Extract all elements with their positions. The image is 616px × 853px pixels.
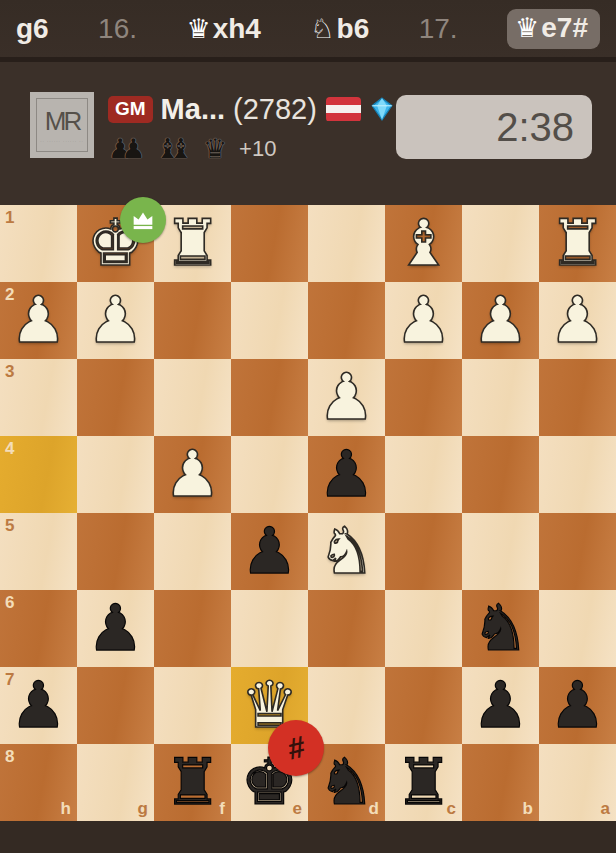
captured-pawn-icon: ♟ bbox=[121, 134, 145, 164]
file-label: g bbox=[138, 799, 148, 819]
square-b6[interactable]: ♞ bbox=[462, 590, 539, 667]
chess-board: 1♚♜♝♜2♟♟♟♟♟3♟4♟♟5♟♞6♟♞7♟♛♟♟8hgf♜e♚#d♞c♜b… bbox=[0, 205, 616, 821]
move-number: 17. bbox=[419, 13, 458, 45]
square-d4[interactable]: ♟ bbox=[308, 436, 385, 513]
file-label: a bbox=[601, 799, 610, 819]
square-c8[interactable]: c♜ bbox=[385, 744, 462, 821]
move-xh4[interactable]: ♛xh4 bbox=[186, 13, 260, 45]
square-g7[interactable] bbox=[77, 667, 154, 744]
square-g4[interactable] bbox=[77, 436, 154, 513]
square-c7[interactable] bbox=[385, 667, 462, 744]
rank-label: 8 bbox=[5, 747, 14, 767]
square-g5[interactable] bbox=[77, 513, 154, 590]
square-b5[interactable] bbox=[462, 513, 539, 590]
rank-label: 5 bbox=[5, 516, 14, 536]
square-a1[interactable]: ♜ bbox=[539, 205, 616, 282]
captured-group: ♟♟ bbox=[108, 134, 145, 164]
square-a6[interactable] bbox=[539, 590, 616, 667]
knight-figurine-icon: ♘ bbox=[310, 13, 334, 44]
move-list-bar: g616.♛xh4♘b617.♛e7# bbox=[0, 0, 616, 62]
square-a8[interactable]: a bbox=[539, 744, 616, 821]
square-e1[interactable] bbox=[231, 205, 308, 282]
square-e6[interactable] bbox=[231, 590, 308, 667]
black-pawn[interactable]: ♟ bbox=[462, 667, 539, 744]
black-pawn[interactable]: ♟ bbox=[77, 590, 154, 667]
square-e5[interactable]: ♟ bbox=[231, 513, 308, 590]
title-badge: GM bbox=[108, 96, 153, 123]
white-pawn[interactable]: ♟ bbox=[77, 282, 154, 359]
file-label: e bbox=[293, 799, 302, 819]
move-g6[interactable]: g6 bbox=[16, 13, 49, 45]
square-h3[interactable]: 3 bbox=[0, 359, 77, 436]
austria-flag-icon bbox=[326, 97, 361, 122]
square-a2[interactable]: ♟ bbox=[539, 282, 616, 359]
checkmate-badge: # bbox=[268, 720, 324, 776]
avatar-subtext: ·· ······ ······ ·· bbox=[40, 139, 84, 144]
black-pawn[interactable]: ♟ bbox=[539, 667, 616, 744]
white-pawn[interactable]: ♟ bbox=[385, 282, 462, 359]
black-pawn[interactable]: ♟ bbox=[308, 436, 385, 513]
square-e8[interactable]: e♚# bbox=[231, 744, 308, 821]
avatar[interactable]: MR ·· ······ ······ ·· bbox=[30, 92, 94, 158]
file-label: f bbox=[219, 799, 225, 819]
player-rating: (2782) bbox=[233, 93, 317, 126]
square-h1[interactable]: 1 bbox=[0, 205, 77, 282]
player-clock: 2:38 bbox=[396, 95, 592, 159]
square-g8[interactable]: g bbox=[77, 744, 154, 821]
square-f5[interactable] bbox=[154, 513, 231, 590]
captured-queen-icon: ♛ bbox=[203, 134, 227, 164]
player-name[interactable]: Ma... bbox=[161, 93, 225, 126]
square-c3[interactable] bbox=[385, 359, 462, 436]
square-f4[interactable]: ♟ bbox=[154, 436, 231, 513]
file-label: h bbox=[61, 799, 71, 819]
square-c1[interactable]: ♝ bbox=[385, 205, 462, 282]
square-h8[interactable]: 8h bbox=[0, 744, 77, 821]
diamond-premium-icon bbox=[369, 96, 395, 122]
rank-label: 7 bbox=[5, 670, 14, 690]
captured-piece-icons: ♟♟♝♝♛ bbox=[108, 134, 237, 164]
rank-label: 3 bbox=[5, 362, 14, 382]
square-b4[interactable] bbox=[462, 436, 539, 513]
queen-figurine-icon: ♛ bbox=[515, 12, 539, 43]
captured-group: ♝♝ bbox=[155, 134, 192, 164]
square-c6[interactable] bbox=[385, 590, 462, 667]
move-b6[interactable]: ♘b6 bbox=[310, 13, 369, 45]
captured-group: ♛ bbox=[203, 134, 227, 164]
square-f7[interactable] bbox=[154, 667, 231, 744]
square-c5[interactable] bbox=[385, 513, 462, 590]
white-pawn[interactable]: ♟ bbox=[308, 359, 385, 436]
winner-crown-badge bbox=[120, 197, 166, 243]
avatar-monogram: MR bbox=[45, 106, 79, 137]
square-a4[interactable] bbox=[539, 436, 616, 513]
avatar-logo: MR ·· ······ ······ ·· bbox=[36, 98, 88, 152]
square-h6[interactable]: 6 bbox=[0, 590, 77, 667]
flag-stripe bbox=[326, 97, 361, 105]
square-g1[interactable]: ♚ bbox=[77, 205, 154, 282]
square-h5[interactable]: 5 bbox=[0, 513, 77, 590]
square-e3[interactable] bbox=[231, 359, 308, 436]
square-a5[interactable] bbox=[539, 513, 616, 590]
rank-label: 4 bbox=[5, 439, 14, 459]
bottom-strip bbox=[0, 821, 616, 853]
square-g3[interactable] bbox=[77, 359, 154, 436]
white-pawn[interactable]: ♟ bbox=[462, 282, 539, 359]
square-h4[interactable]: 4 bbox=[0, 436, 77, 513]
square-h7[interactable]: 7♟ bbox=[0, 667, 77, 744]
captured-bishop-icon: ♝ bbox=[169, 134, 193, 164]
square-g2[interactable]: ♟ bbox=[77, 282, 154, 359]
square-b1[interactable] bbox=[462, 205, 539, 282]
square-f2[interactable] bbox=[154, 282, 231, 359]
white-pawn[interactable]: ♟ bbox=[154, 436, 231, 513]
move-e7mate[interactable]: ♛e7# bbox=[507, 9, 600, 49]
square-f3[interactable] bbox=[154, 359, 231, 436]
file-label: d bbox=[369, 799, 379, 819]
rank-label: 6 bbox=[5, 593, 14, 613]
flag-stripe bbox=[326, 105, 361, 113]
material-score: +10 bbox=[239, 136, 276, 162]
chess-app: g616.♛xh4♘b617.♛e7# MR ·· ······ ······ … bbox=[0, 0, 616, 853]
square-b7[interactable]: ♟ bbox=[462, 667, 539, 744]
square-b2[interactable]: ♟ bbox=[462, 282, 539, 359]
crown-icon bbox=[129, 206, 157, 234]
square-d3[interactable]: ♟ bbox=[308, 359, 385, 436]
square-d6[interactable] bbox=[308, 590, 385, 667]
square-c4[interactable] bbox=[385, 436, 462, 513]
move-number: 16. bbox=[98, 13, 137, 45]
rank-label: 2 bbox=[5, 285, 14, 305]
square-e2[interactable] bbox=[231, 282, 308, 359]
player-info-bar: MR ·· ······ ······ ·· GM Ma... (2782) bbox=[0, 62, 616, 205]
checkmate-hash-icon: # bbox=[286, 729, 307, 767]
square-d2[interactable] bbox=[308, 282, 385, 359]
white-bishop[interactable]: ♝ bbox=[385, 205, 462, 282]
square-e4[interactable] bbox=[231, 436, 308, 513]
queen-figurine-icon: ♛ bbox=[186, 13, 210, 44]
file-label: b bbox=[523, 799, 533, 819]
square-d5[interactable]: ♞ bbox=[308, 513, 385, 590]
square-f8[interactable]: f♜ bbox=[154, 744, 231, 821]
square-a7[interactable]: ♟ bbox=[539, 667, 616, 744]
rank-label: 1 bbox=[5, 208, 14, 228]
square-g6[interactable]: ♟ bbox=[77, 590, 154, 667]
file-label: c bbox=[447, 799, 456, 819]
flag-stripe bbox=[326, 113, 361, 121]
square-h2[interactable]: 2♟ bbox=[0, 282, 77, 359]
square-a3[interactable] bbox=[539, 359, 616, 436]
square-b8[interactable]: b bbox=[462, 744, 539, 821]
square-b3[interactable] bbox=[462, 359, 539, 436]
white-pawn[interactable]: ♟ bbox=[539, 282, 616, 359]
black-knight[interactable]: ♞ bbox=[462, 590, 539, 667]
white-knight[interactable]: ♞ bbox=[308, 513, 385, 590]
white-rook[interactable]: ♜ bbox=[539, 205, 616, 282]
square-f6[interactable] bbox=[154, 590, 231, 667]
black-pawn[interactable]: ♟ bbox=[231, 513, 308, 590]
square-d1[interactable] bbox=[308, 205, 385, 282]
square-c2[interactable]: ♟ bbox=[385, 282, 462, 359]
